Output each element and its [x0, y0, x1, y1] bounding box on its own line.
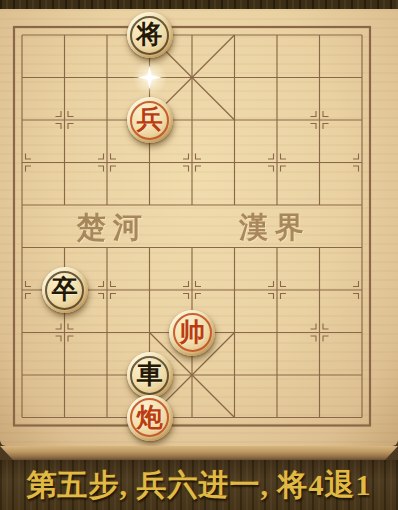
piece-車[interactable]: 車 [127, 352, 173, 398]
piece-卒[interactable]: 卒 [42, 267, 88, 313]
caption-bar: 第五步, 兵六进一, 将4退1 [0, 460, 398, 510]
table-wood-top [0, 0, 398, 9]
move-caption: 第五步, 兵六进一, 将4退1 [27, 465, 372, 506]
piece-将[interactable]: 将 [127, 12, 173, 58]
piece-glyph: 炮 [137, 405, 163, 431]
piece-glyph: 車 [137, 362, 163, 388]
piece-glyph: 卒 [52, 277, 78, 303]
piece-glyph: 将 [137, 22, 163, 48]
xiangqi-board[interactable] [0, 9, 398, 446]
piece-glyph: 兵 [137, 107, 163, 133]
piece-炮[interactable]: 炮 [127, 395, 173, 441]
piece-帅[interactable]: 帅 [169, 310, 215, 356]
xiangqi-game-screen: 楚河 漢界 将兵卒帅車炮 第五步, 兵六进一, 将4退1 [0, 0, 398, 510]
board-edge-bevel [0, 446, 398, 460]
piece-glyph: 帅 [179, 320, 205, 346]
piece-兵[interactable]: 兵 [127, 97, 173, 143]
